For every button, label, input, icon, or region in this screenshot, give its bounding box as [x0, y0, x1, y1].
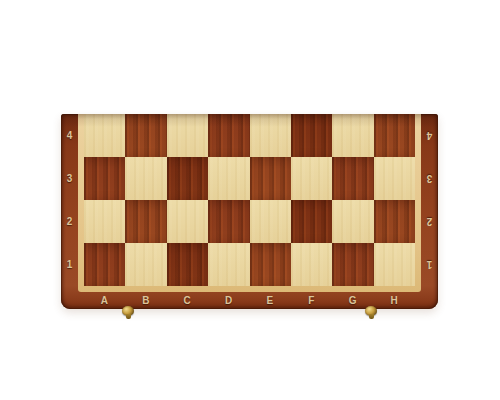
square-g2[interactable]	[332, 200, 373, 243]
file-label-d: D	[208, 292, 249, 309]
square-d3[interactable]	[208, 157, 249, 200]
file-label-e: E	[250, 292, 291, 309]
chess-board: 4321 4321 ABCDEFGH	[61, 114, 438, 309]
rank-label-left-1: 1	[61, 243, 78, 286]
rank-label-left-4: 4	[61, 114, 78, 157]
brass-clasp-right	[365, 304, 377, 319]
square-d4[interactable]	[208, 114, 249, 157]
rank-labels-right: 4321	[421, 114, 438, 286]
rank-label-right-3: 3	[421, 157, 438, 200]
square-a4[interactable]	[84, 114, 125, 157]
photo-background: 4321 4321 ABCDEFGH	[0, 0, 500, 400]
square-g1[interactable]	[332, 243, 373, 286]
rank-labels-left: 4321	[61, 114, 78, 286]
file-label-h: H	[374, 292, 415, 309]
square-b1[interactable]	[125, 243, 166, 286]
square-h1[interactable]	[374, 243, 415, 286]
square-c4[interactable]	[167, 114, 208, 157]
square-g4[interactable]	[332, 114, 373, 157]
square-e3[interactable]	[250, 157, 291, 200]
square-f2[interactable]	[291, 200, 332, 243]
file-label-f: F	[291, 292, 332, 309]
square-d1[interactable]	[208, 243, 249, 286]
brass-clasp-left	[122, 304, 134, 319]
board-squares	[84, 114, 415, 286]
file-label-c: C	[167, 292, 208, 309]
square-h2[interactable]	[374, 200, 415, 243]
square-c3[interactable]	[167, 157, 208, 200]
square-b2[interactable]	[125, 200, 166, 243]
square-a2[interactable]	[84, 200, 125, 243]
square-c1[interactable]	[167, 243, 208, 286]
square-e4[interactable]	[250, 114, 291, 157]
square-g3[interactable]	[332, 157, 373, 200]
rank-label-right-2: 2	[421, 200, 438, 243]
square-e2[interactable]	[250, 200, 291, 243]
file-label-a: A	[84, 292, 125, 309]
square-f4[interactable]	[291, 114, 332, 157]
square-b4[interactable]	[125, 114, 166, 157]
square-h3[interactable]	[374, 157, 415, 200]
square-b3[interactable]	[125, 157, 166, 200]
rank-label-left-3: 3	[61, 157, 78, 200]
rank-label-right-1: 1	[421, 243, 438, 286]
square-f1[interactable]	[291, 243, 332, 286]
square-e1[interactable]	[250, 243, 291, 286]
rank-label-left-2: 2	[61, 200, 78, 243]
square-f3[interactable]	[291, 157, 332, 200]
square-a1[interactable]	[84, 243, 125, 286]
square-d2[interactable]	[208, 200, 249, 243]
square-h4[interactable]	[374, 114, 415, 157]
square-a3[interactable]	[84, 157, 125, 200]
square-c2[interactable]	[167, 200, 208, 243]
rank-label-right-4: 4	[421, 114, 438, 157]
